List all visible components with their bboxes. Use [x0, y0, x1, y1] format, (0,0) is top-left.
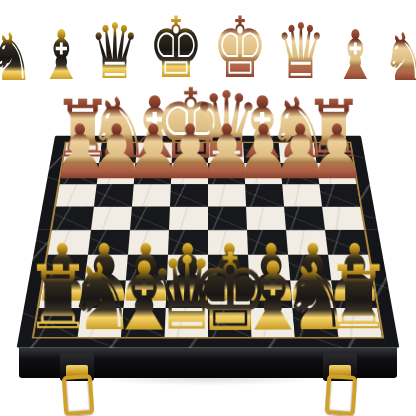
display-gold-knight: ♞ — [0, 24, 33, 90]
left-latch-ring — [62, 374, 95, 416]
display-copper-bishop: ♝ — [332, 22, 377, 90]
square-d6[interactable] — [170, 184, 208, 206]
chess-set-photo: ♟♜♞♝♛♚♚♛♝♞♜♟ ♜♞♝♚♛♝♞♜♟♟♟♟♟♟♟♟♟♟♟♟♟♟♟♟♜♞♝… — [0, 0, 416, 416]
square-a6[interactable] — [56, 184, 97, 206]
square-h1[interactable]: ♜ — [335, 308, 382, 337]
left-latch — [59, 353, 95, 411]
board-grid: ♜♞♝♚♛♝♞♜♟♟♟♟♟♟♟♟♟♟♟♟♟♟♟♟♜♞♝♛♚♝♞♜ — [32, 142, 385, 339]
right-latch — [322, 353, 358, 411]
square-f6[interactable] — [245, 184, 284, 206]
right-latch-ring — [325, 374, 358, 416]
square-h7[interactable]: ♟ — [317, 163, 357, 184]
chess-board: ♜♞♝♚♛♝♞♜♟♟♟♟♟♟♟♟♟♟♟♟♟♟♟♟♜♞♝♛♚♝♞♜ — [17, 136, 400, 348]
square-h6[interactable] — [319, 184, 360, 206]
square-e6[interactable] — [208, 184, 246, 206]
display-copper-knight: ♞ — [383, 24, 416, 90]
display-gold-bishop: ♝ — [39, 22, 84, 90]
square-c6[interactable] — [132, 184, 171, 206]
square-g6[interactable] — [282, 184, 322, 206]
board-shadow — [50, 378, 366, 388]
board-frame: ♜♞♝♚♛♝♞♜♟♟♟♟♟♟♟♟♟♟♟♟♟♟♟♟♜♞♝♛♚♝♞♜ — [17, 136, 400, 348]
square-b6[interactable] — [94, 184, 134, 206]
piece-gold-rook[interactable]: ♜ — [325, 255, 392, 343]
